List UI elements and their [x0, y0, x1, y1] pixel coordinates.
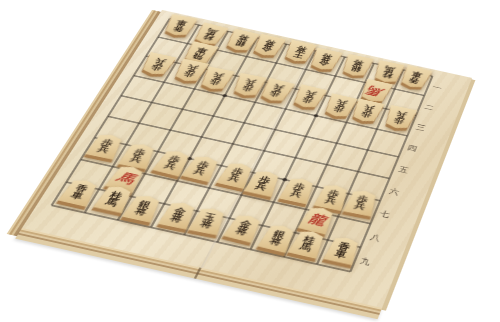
product-photo: 一 二 三 四 五 六 七 八 九 香車桂馬銀将金将王将金将銀将桂馬香車飛車馬歩… — [0, 0, 500, 322]
shogi-board[interactable]: 一 二 三 四 五 六 七 八 九 香車桂馬銀将金将王将金将銀将桂馬香車飛車馬歩… — [22, 10, 472, 308]
